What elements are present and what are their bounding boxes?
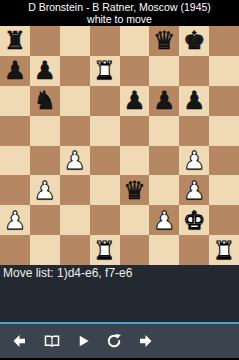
square-g2[interactable]: ♚ xyxy=(179,205,209,235)
square-e1[interactable] xyxy=(120,235,150,265)
square-b8[interactable] xyxy=(30,26,60,56)
square-e3[interactable]: ♛ xyxy=(120,175,150,205)
black-pawn: ♟ xyxy=(153,88,175,113)
arrow-left-icon xyxy=(10,333,28,349)
square-d6[interactable] xyxy=(90,86,120,116)
square-h8[interactable] xyxy=(209,26,239,56)
square-b6[interactable]: ♞ xyxy=(30,86,60,116)
square-a8[interactable]: ♜ xyxy=(0,26,30,56)
square-a3[interactable] xyxy=(0,175,30,205)
square-g7[interactable] xyxy=(179,56,209,86)
square-d1[interactable]: ♜ xyxy=(90,235,120,265)
square-b5[interactable] xyxy=(30,116,60,146)
header: D Bronstein - B Ratner, Moscow (1945) wh… xyxy=(0,0,239,26)
play-icon xyxy=(76,333,91,349)
square-b2[interactable] xyxy=(30,205,60,235)
square-f5[interactable] xyxy=(149,116,179,146)
back-button[interactable] xyxy=(8,331,30,351)
square-f8[interactable]: ♛ xyxy=(149,26,179,56)
square-e2[interactable] xyxy=(120,205,150,235)
black-king: ♚ xyxy=(183,28,205,53)
white-king: ♚ xyxy=(183,208,205,233)
square-a1[interactable] xyxy=(0,235,30,265)
square-b7[interactable]: ♟ xyxy=(30,56,60,86)
square-g4[interactable]: ♟ xyxy=(179,146,209,176)
black-pawn: ♟ xyxy=(34,58,56,83)
square-f6[interactable]: ♟ xyxy=(149,86,179,116)
white-rook: ♜ xyxy=(93,58,115,83)
game-title: D Bronstein - B Ratner, Moscow (1945) xyxy=(0,1,239,13)
square-a4[interactable] xyxy=(0,146,30,176)
square-g6[interactable]: ♟ xyxy=(179,86,209,116)
square-c1[interactable] xyxy=(60,235,90,265)
square-h4[interactable] xyxy=(209,146,239,176)
square-b3[interactable]: ♟ xyxy=(30,175,60,205)
square-g8[interactable]: ♚ xyxy=(179,26,209,56)
side-to-move-label: white to move xyxy=(0,13,239,25)
square-f4[interactable] xyxy=(149,146,179,176)
square-e7[interactable] xyxy=(120,56,150,86)
square-b4[interactable] xyxy=(30,146,60,176)
move-list-panel: Move list: 1)d4-e6, f7-e6 xyxy=(0,265,239,322)
white-rook: ♜ xyxy=(213,238,235,263)
square-d3[interactable] xyxy=(90,175,120,205)
white-pawn: ♟ xyxy=(153,208,175,233)
refresh-icon xyxy=(106,333,122,349)
move-list-text: Move list: 1)d4-e6, f7-e6 xyxy=(3,266,132,280)
forward-button[interactable] xyxy=(135,331,157,351)
square-h3[interactable] xyxy=(209,175,239,205)
square-c3[interactable] xyxy=(60,175,90,205)
refresh-button[interactable] xyxy=(104,331,124,351)
square-g5[interactable] xyxy=(179,116,209,146)
white-pawn: ♟ xyxy=(34,178,56,203)
square-e6[interactable]: ♟ xyxy=(120,86,150,116)
black-pawn: ♟ xyxy=(183,88,205,113)
square-c8[interactable] xyxy=(60,26,90,56)
square-d5[interactable] xyxy=(90,116,120,146)
arrow-right-icon xyxy=(137,333,155,349)
square-c2[interactable] xyxy=(60,205,90,235)
square-c5[interactable] xyxy=(60,116,90,146)
square-c4[interactable]: ♟ xyxy=(60,146,90,176)
open-book-icon xyxy=(43,333,61,349)
square-e4[interactable] xyxy=(120,146,150,176)
white-pawn: ♟ xyxy=(183,148,205,173)
square-f7[interactable] xyxy=(149,56,179,86)
square-d8[interactable] xyxy=(90,26,120,56)
square-f3[interactable] xyxy=(149,175,179,205)
square-h5[interactable] xyxy=(209,116,239,146)
white-pawn: ♟ xyxy=(183,178,205,203)
black-pawn: ♟ xyxy=(123,88,145,113)
black-knight: ♞ xyxy=(34,88,56,113)
square-f1[interactable] xyxy=(149,235,179,265)
black-rook: ♜ xyxy=(4,28,26,53)
square-e5[interactable] xyxy=(120,116,150,146)
play-button[interactable] xyxy=(74,331,93,351)
square-d2[interactable] xyxy=(90,205,120,235)
square-e8[interactable] xyxy=(120,26,150,56)
square-g3[interactable]: ♟ xyxy=(179,175,209,205)
square-h7[interactable] xyxy=(209,56,239,86)
square-f2[interactable]: ♟ xyxy=(149,205,179,235)
square-b1[interactable] xyxy=(30,235,60,265)
black-pawn: ♟ xyxy=(4,58,26,83)
square-c6[interactable] xyxy=(60,86,90,116)
square-h2[interactable] xyxy=(209,205,239,235)
square-a7[interactable]: ♟ xyxy=(0,56,30,86)
square-a6[interactable] xyxy=(0,86,30,116)
square-a2[interactable]: ♟ xyxy=(0,205,30,235)
square-d7[interactable]: ♜ xyxy=(90,56,120,86)
square-h1[interactable]: ♜ xyxy=(209,235,239,265)
chess-board[interactable]: ♜♛♚♟♟♜♞♟♟♟♟♟♟♛♟♟♟♚♜♜ xyxy=(0,26,239,265)
square-g1[interactable] xyxy=(179,235,209,265)
black-queen: ♛ xyxy=(153,28,175,53)
navigation-toolbar xyxy=(0,324,239,358)
white-rook: ♜ xyxy=(93,238,115,263)
white-pawn: ♟ xyxy=(63,148,85,173)
square-c7[interactable] xyxy=(60,56,90,86)
white-pawn: ♟ xyxy=(4,208,26,233)
square-h6[interactable] xyxy=(209,86,239,116)
book-button[interactable] xyxy=(41,331,63,351)
square-a5[interactable] xyxy=(0,116,30,146)
square-d4[interactable] xyxy=(90,146,120,176)
black-queen: ♛ xyxy=(123,178,145,203)
